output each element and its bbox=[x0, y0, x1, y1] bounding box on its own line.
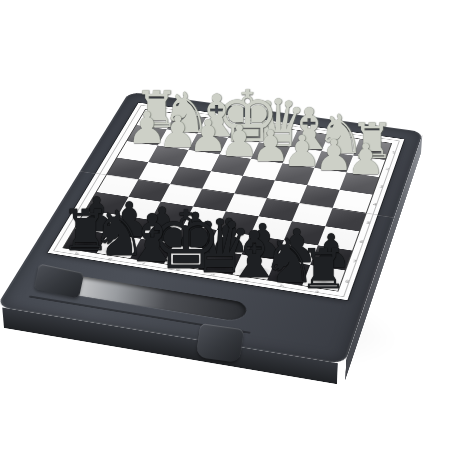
square-c6[interactable] bbox=[250, 216, 292, 240]
file-label: g bbox=[108, 257, 114, 261]
file-label: h bbox=[74, 252, 80, 256]
product-photo-travel-chess-set: hgfedcba12345678 ♜♞♝♛♚♝♞♜♟♟♟♟♟♟♟♟♟♟♟♟♟♟♟… bbox=[0, 0, 450, 450]
rank-label: 4 bbox=[373, 203, 378, 207]
square-e7[interactable] bbox=[174, 225, 217, 249]
file-label: b bbox=[279, 284, 284, 288]
square-h8[interactable] bbox=[64, 229, 108, 253]
rank-label: 1 bbox=[391, 151, 396, 154]
square-c7[interactable] bbox=[242, 235, 284, 260]
chess-case: hgfedcba12345678 bbox=[0, 92, 423, 365]
square-f7[interactable] bbox=[141, 220, 184, 244]
scene: hgfedcba12345678 bbox=[0, 0, 450, 450]
file-label: c bbox=[244, 278, 249, 282]
square-a7[interactable] bbox=[310, 245, 352, 270]
square-f8[interactable] bbox=[130, 239, 174, 264]
rank-label: 8 bbox=[345, 279, 350, 283]
rank-label: 3 bbox=[379, 185, 384, 189]
case-latch-front[interactable] bbox=[196, 323, 244, 363]
file-label: f bbox=[141, 262, 145, 266]
rank-label: 6 bbox=[359, 240, 364, 244]
file-label: e bbox=[175, 268, 180, 272]
rank-label: 2 bbox=[385, 168, 390, 172]
square-a6[interactable] bbox=[318, 226, 359, 250]
square-d6[interactable] bbox=[217, 211, 259, 235]
file-label: a bbox=[315, 289, 320, 293]
rank-label: 7 bbox=[352, 259, 357, 263]
file-label: d bbox=[210, 273, 216, 277]
rank-label: 5 bbox=[366, 221, 371, 225]
